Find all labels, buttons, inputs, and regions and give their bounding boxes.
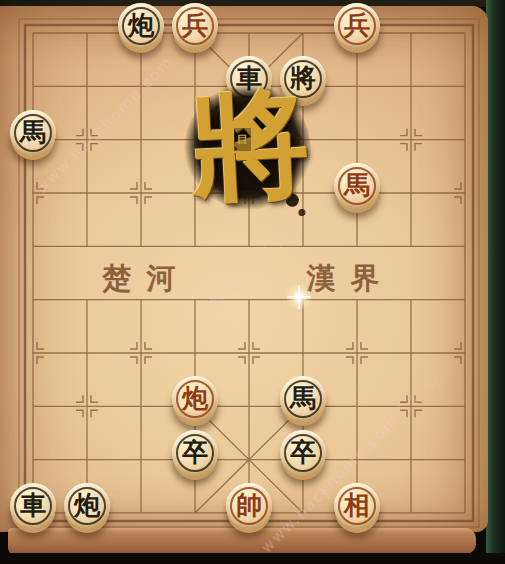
piece-character: 車 [20, 492, 46, 518]
piece-character: 卒 [290, 439, 316, 465]
piece-black-soldier-f9[interactable]: 卒 [280, 430, 326, 476]
piece-black-cannon-b10[interactable]: 炮 [64, 483, 110, 529]
piece-character: 馬 [290, 385, 316, 411]
piece-character: 炮 [128, 12, 154, 38]
river-label-chu-he: 楚河 [96, 259, 191, 299]
piece-character: 帥 [236, 492, 262, 518]
piece-red-general-e10[interactable]: 帥 [226, 483, 272, 529]
xiangqi-game-screen: 楚河 漢界 炮兵兵車將馬馬炮馬卒卒車炮帥相 將 目 www.hackhome.c… [0, 0, 505, 564]
piece-character: 馬 [344, 172, 370, 198]
piece-black-horse-f8[interactable]: 馬 [280, 376, 326, 422]
piece-character: 炮 [182, 385, 208, 411]
piece-character: 相 [344, 492, 370, 518]
piece-black-horse-a3[interactable]: 馬 [10, 110, 56, 156]
piece-character: 炮 [74, 492, 100, 518]
piece-character: 兵 [182, 12, 208, 38]
piece-red-horse-g4[interactable]: 馬 [334, 163, 380, 209]
piece-black-general-f2[interactable]: 將 [280, 56, 326, 102]
piece-black-cannon-c1[interactable]: 炮 [118, 3, 164, 49]
piece-character: 卒 [182, 439, 208, 465]
piece-red-elephant-g10[interactable]: 相 [334, 483, 380, 529]
piece-red-cannon-d8[interactable]: 炮 [172, 376, 218, 422]
piece-character: 馬 [20, 119, 46, 145]
piece-red-soldier-d1[interactable]: 兵 [172, 3, 218, 49]
piece-red-soldier-g1[interactable]: 兵 [334, 3, 380, 49]
piece-character: 將 [290, 65, 316, 91]
piece-black-chariot-a10[interactable]: 車 [10, 483, 56, 529]
piece-black-chariot-e2[interactable]: 車 [226, 56, 272, 102]
piece-character: 車 [236, 65, 262, 91]
river-label-han-jie: 漢界 [300, 259, 395, 299]
piece-character: 兵 [344, 12, 370, 38]
piece-black-soldier-d9[interactable]: 卒 [172, 430, 218, 476]
